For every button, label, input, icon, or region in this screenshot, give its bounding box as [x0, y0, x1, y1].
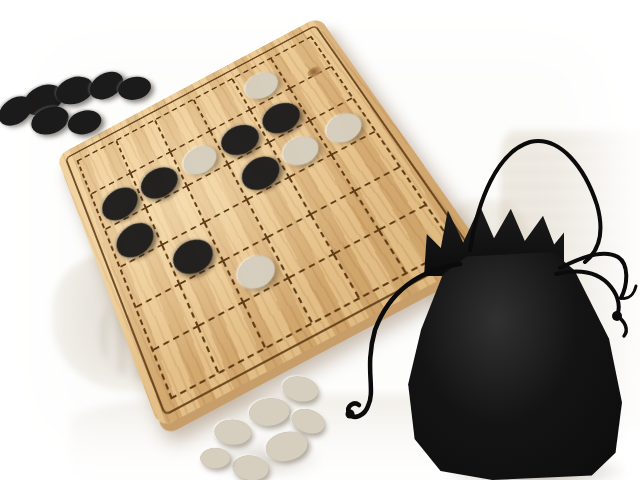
- product-photo-scene: ●●●●●●●●●●●● ●●●●●●● ●●●●●●●: [0, 0, 640, 480]
- velvet-bag: [0, 0, 640, 480]
- bag-body: [406, 252, 622, 480]
